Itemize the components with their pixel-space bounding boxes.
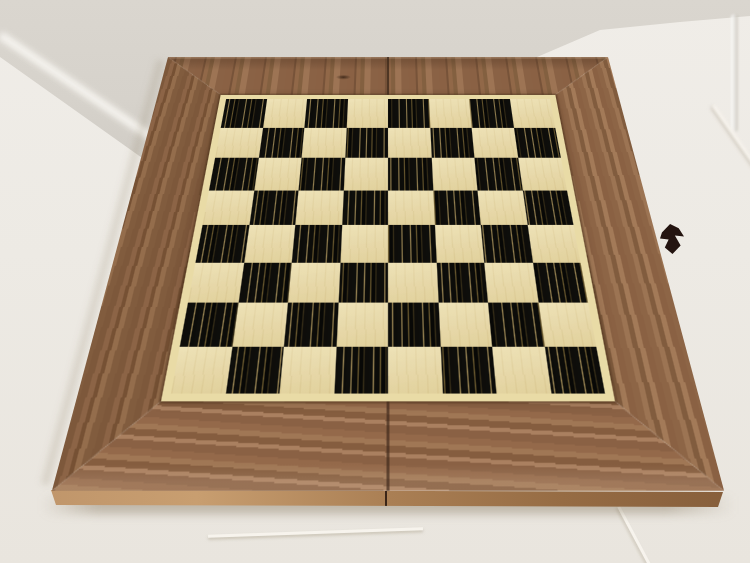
square-e8[interactable] [388, 99, 430, 127]
square-a7[interactable] [215, 127, 262, 157]
tablecloth-fold-right [731, 14, 738, 132]
square-h6[interactable] [518, 158, 567, 190]
square-c6[interactable] [299, 158, 345, 190]
square-a1[interactable] [171, 346, 232, 393]
square-e6[interactable] [388, 158, 433, 190]
hinge-seam-bottom [386, 401, 389, 491]
square-g2[interactable] [488, 303, 544, 347]
square-h5[interactable] [522, 190, 573, 225]
square-f2[interactable] [438, 303, 492, 347]
square-b4[interactable] [244, 225, 296, 262]
square-e7[interactable] [388, 127, 431, 157]
square-e2[interactable] [388, 303, 440, 347]
square-c7[interactable] [302, 127, 347, 157]
square-g4[interactable] [481, 225, 533, 262]
square-c8[interactable] [304, 99, 347, 127]
square-d8[interactable] [346, 99, 388, 127]
square-a3[interactable] [188, 262, 244, 302]
square-h2[interactable] [538, 303, 596, 347]
square-a6[interactable] [209, 158, 258, 190]
square-b5[interactable] [249, 190, 299, 225]
square-d1[interactable] [334, 346, 388, 393]
square-h7[interactable] [513, 127, 560, 157]
square-b1[interactable] [225, 346, 284, 393]
square-e4[interactable] [388, 225, 436, 262]
square-a2[interactable] [180, 303, 238, 347]
square-c4[interactable] [292, 225, 342, 262]
square-h3[interactable] [532, 262, 588, 302]
square-f8[interactable] [428, 99, 471, 127]
square-a8[interactable] [221, 99, 267, 127]
checkerboard-grid [171, 99, 605, 394]
square-d5[interactable] [342, 190, 388, 225]
square-g6[interactable] [474, 158, 522, 190]
square-b3[interactable] [238, 262, 292, 302]
square-h4[interactable] [527, 225, 580, 262]
square-f3[interactable] [436, 262, 488, 302]
square-g3[interactable] [484, 262, 538, 302]
square-b7[interactable] [258, 127, 304, 157]
square-c5[interactable] [295, 190, 343, 225]
square-a5[interactable] [203, 190, 254, 225]
square-d7[interactable] [345, 127, 388, 157]
playing-area [161, 95, 615, 402]
photo-scene: Empty walnut folding chessboard: maple l… [0, 0, 750, 563]
square-d6[interactable] [343, 158, 388, 190]
square-g8[interactable] [469, 99, 513, 127]
square-e1[interactable] [388, 346, 442, 393]
wood-knot [336, 75, 352, 80]
square-d4[interactable] [340, 225, 388, 262]
square-e5[interactable] [388, 190, 434, 225]
square-d2[interactable] [336, 303, 388, 347]
square-a4[interactable] [196, 225, 249, 262]
square-c2[interactable] [284, 303, 338, 347]
square-f7[interactable] [430, 127, 475, 157]
square-d3[interactable] [338, 262, 388, 302]
square-c3[interactable] [288, 262, 340, 302]
square-b6[interactable] [254, 158, 302, 190]
square-b2[interactable] [232, 303, 288, 347]
square-f6[interactable] [431, 158, 477, 190]
square-f4[interactable] [434, 225, 484, 262]
square-f5[interactable] [433, 190, 481, 225]
square-h1[interactable] [544, 346, 605, 393]
square-f1[interactable] [440, 346, 496, 393]
square-b8[interactable] [263, 99, 307, 127]
square-e3[interactable] [388, 262, 438, 302]
square-g7[interactable] [472, 127, 518, 157]
square-g5[interactable] [477, 190, 527, 225]
chessboard [52, 57, 724, 491]
hinge-seam-top [387, 57, 389, 95]
square-c1[interactable] [279, 346, 335, 393]
square-h8[interactable] [509, 99, 555, 127]
square-g1[interactable] [492, 346, 551, 393]
